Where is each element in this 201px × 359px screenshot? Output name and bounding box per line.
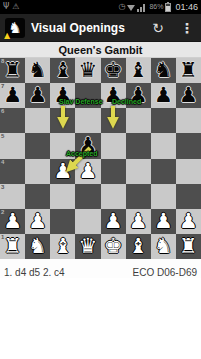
- square-c7[interactable]: ♟: [50, 83, 75, 108]
- knight-logo-icon: ♞: [8, 18, 21, 38]
- square-h1[interactable]: ♜: [176, 234, 201, 259]
- square-g5[interactable]: [151, 133, 176, 158]
- square-a6[interactable]: 6: [0, 108, 25, 133]
- square-g1[interactable]: ♞: [151, 234, 176, 259]
- square-b8[interactable]: ♞: [25, 58, 50, 83]
- status-bar-left: Ψ ⚠: [3, 0, 19, 14]
- rank-label: 5: [1, 133, 4, 140]
- rank-label: 8: [1, 58, 4, 65]
- overflow-menu-button[interactable]: ⋮: [180, 20, 194, 36]
- square-d1[interactable]: ♛: [75, 234, 100, 259]
- white-knight: ♞: [154, 234, 173, 259]
- square-a1[interactable]: 1♜: [0, 234, 25, 259]
- white-pawn: ♟: [3, 209, 22, 234]
- black-knight: ♞: [28, 58, 47, 83]
- square-f8[interactable]: ♝: [126, 58, 151, 83]
- square-b4[interactable]: [25, 159, 50, 184]
- square-h5[interactable]: [176, 133, 201, 158]
- black-bishop: ♝: [53, 58, 72, 83]
- white-pawn: ♟: [79, 159, 98, 184]
- white-queen: ♛: [79, 234, 98, 259]
- app-title: Visual Openings: [31, 21, 125, 35]
- square-d7[interactable]: [75, 83, 100, 108]
- square-b2[interactable]: ♟: [25, 209, 50, 234]
- square-g4[interactable]: [151, 159, 176, 184]
- app-bar: ♞ ▲ Visual Openings ↻ ⋮: [0, 14, 201, 42]
- square-f3[interactable]: [126, 184, 151, 209]
- square-b1[interactable]: ♞: [25, 234, 50, 259]
- black-pawn: ♟: [3, 83, 22, 108]
- square-a3[interactable]: 3: [0, 184, 25, 209]
- square-d4[interactable]: ♟: [75, 159, 100, 184]
- black-pawn: ♟: [104, 83, 123, 108]
- square-f7[interactable]: ♟: [126, 83, 151, 108]
- square-g3[interactable]: [151, 184, 176, 209]
- square-e4[interactable]: [101, 159, 126, 184]
- square-b5[interactable]: [25, 133, 50, 158]
- alarm-icon: ◷: [118, 0, 125, 14]
- square-h7[interactable]: ♟: [176, 83, 201, 108]
- white-pawn: ♟: [28, 209, 47, 234]
- white-pawn: ♟: [53, 159, 72, 184]
- black-pawn: ♟: [28, 83, 47, 108]
- board-wrap: 8♜♞♝♛♚♝♞♜7♟♟♟♟♟♟♟65♟4♟♟32♟♟♟♟♟♟1♜♞♝♛♚♝♞♜…: [0, 58, 201, 259]
- rank-label: 4: [1, 159, 4, 166]
- black-pawn: ♟: [129, 83, 148, 108]
- square-e5[interactable]: [101, 133, 126, 158]
- white-rook: ♜: [3, 234, 22, 259]
- square-h6[interactable]: [176, 108, 201, 133]
- square-d3[interactable]: [75, 184, 100, 209]
- square-d2[interactable]: [75, 209, 100, 234]
- rank-label: 7: [1, 83, 4, 90]
- footer: 1. d4 d5 2. c4 ECO D06-D69: [0, 259, 201, 278]
- square-e7[interactable]: ♟: [101, 83, 126, 108]
- square-c8[interactable]: ♝: [50, 58, 75, 83]
- square-d8[interactable]: ♛: [75, 58, 100, 83]
- black-pawn: ♟: [53, 83, 72, 108]
- square-g8[interactable]: ♞: [151, 58, 176, 83]
- eco-code: ECO D06-D69: [133, 267, 197, 278]
- square-d5[interactable]: ♟: [75, 133, 100, 158]
- white-pawn: ♟: [104, 209, 123, 234]
- square-c6[interactable]: [50, 108, 75, 133]
- opening-header: Queen's Gambit: [0, 42, 201, 58]
- black-rook: ♜: [179, 58, 198, 83]
- square-c4[interactable]: ♟: [50, 159, 75, 184]
- app-logo: ♞ ▲: [5, 18, 25, 38]
- white-rook: ♜: [179, 234, 198, 259]
- square-a8[interactable]: 8♜: [0, 58, 25, 83]
- square-g6[interactable]: [151, 108, 176, 133]
- square-b6[interactable]: [25, 108, 50, 133]
- black-pawn: ♟: [179, 83, 198, 108]
- board: 8♜♞♝♛♚♝♞♜7♟♟♟♟♟♟♟65♟4♟♟32♟♟♟♟♟♟1♜♞♝♛♚♝♞♜: [0, 58, 201, 259]
- signal-icon: [137, 2, 147, 12]
- square-h2[interactable]: ♟: [176, 209, 201, 234]
- square-g2[interactable]: ♟: [151, 209, 176, 234]
- black-pawn: ♟: [154, 83, 173, 108]
- white-pawn: ♟: [179, 209, 198, 234]
- square-f6[interactable]: [126, 108, 151, 133]
- square-h8[interactable]: ♜: [176, 58, 201, 83]
- white-pawn: ♟: [129, 209, 148, 234]
- black-queen: ♛: [79, 58, 98, 83]
- square-a5[interactable]: 5: [0, 133, 25, 158]
- clock-text: 01:46: [175, 0, 198, 14]
- square-c1[interactable]: ♝: [50, 234, 75, 259]
- white-king: ♚: [104, 234, 123, 259]
- square-a4[interactable]: 4: [0, 159, 25, 184]
- status-bar: Ψ ⚠ ◷ 86% 01:46: [0, 0, 201, 14]
- square-f4[interactable]: [126, 159, 151, 184]
- battery-percent: 86%: [149, 0, 163, 14]
- rank-label: 3: [1, 184, 4, 191]
- black-king: ♚: [104, 58, 123, 83]
- battery-icon: [165, 3, 171, 12]
- black-knight: ♞: [154, 58, 173, 83]
- square-e3[interactable]: [101, 184, 126, 209]
- square-h4[interactable]: [176, 159, 201, 184]
- square-c5[interactable]: [50, 133, 75, 158]
- black-pawn: ♟: [79, 133, 98, 158]
- refresh-button[interactable]: ↻: [152, 20, 164, 36]
- white-knight: ♞: [28, 234, 47, 259]
- rank-label: 2: [1, 209, 4, 216]
- square-f5[interactable]: [126, 133, 151, 158]
- usb-icon: Ψ: [3, 0, 9, 14]
- square-a7[interactable]: 7♟: [0, 83, 25, 108]
- rank-label: 6: [1, 108, 4, 115]
- square-f2[interactable]: ♟: [126, 209, 151, 234]
- move-list: 1. d4 d5 2. c4: [4, 267, 65, 278]
- square-e2[interactable]: ♟: [101, 209, 126, 234]
- square-c3[interactable]: [50, 184, 75, 209]
- black-rook: ♜: [3, 58, 22, 83]
- square-h3[interactable]: [176, 184, 201, 209]
- square-d6[interactable]: [75, 108, 100, 133]
- opening-title: Queen's Gambit: [59, 44, 143, 56]
- status-bar-right: ◷ 86% 01:46: [118, 0, 198, 14]
- warning-badge-icon: ▲: [4, 31, 10, 40]
- square-b7[interactable]: ♟: [25, 83, 50, 108]
- square-f1[interactable]: ♝: [126, 234, 151, 259]
- square-g7[interactable]: ♟: [151, 83, 176, 108]
- warning-icon: ⚠: [12, 0, 19, 14]
- white-bishop: ♝: [129, 234, 148, 259]
- square-b3[interactable]: [25, 184, 50, 209]
- square-c2[interactable]: [50, 209, 75, 234]
- white-bishop: ♝: [53, 234, 72, 259]
- square-e8[interactable]: ♚: [101, 58, 126, 83]
- white-pawn: ♟: [154, 209, 173, 234]
- rank-label: 1: [1, 234, 4, 241]
- black-bishop: ♝: [129, 58, 148, 83]
- app-screen: Ψ ⚠ ◷ 86% 01:46 ♞ ▲ Visual Openings ↻ ⋮ …: [0, 0, 201, 359]
- square-e6[interactable]: [101, 108, 126, 133]
- square-a2[interactable]: 2♟: [0, 209, 25, 234]
- wifi-icon: [127, 5, 135, 11]
- square-e1[interactable]: ♚: [101, 234, 126, 259]
